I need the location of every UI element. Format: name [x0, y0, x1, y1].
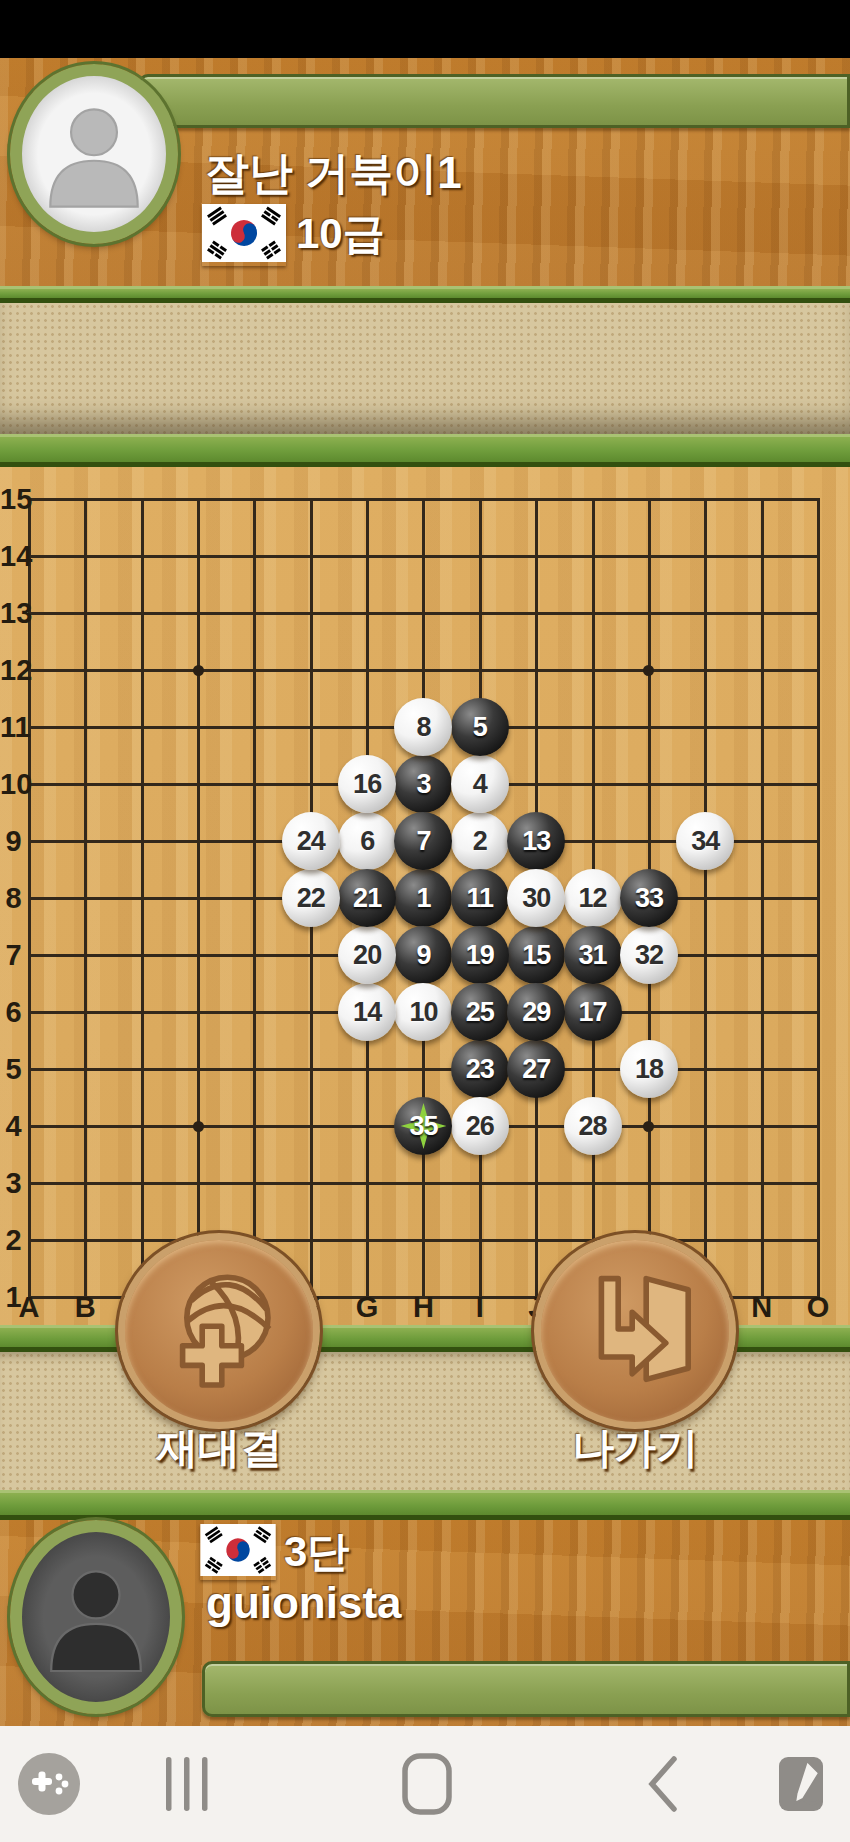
top-player-name: 잘난 거북이1	[205, 144, 462, 203]
stone-13-J9: 13	[507, 812, 565, 870]
row-label-3: 3	[0, 1168, 27, 1198]
bottom-player-name: guionista	[206, 1578, 402, 1628]
top-player-rank: 10급	[296, 206, 385, 262]
col-label-A: A	[9, 1292, 49, 1322]
top-player-avatar[interactable]	[10, 64, 178, 244]
stone-23-I5: 23	[451, 1040, 509, 1098]
row-label-14: 14	[0, 541, 27, 571]
bottom-player-avatar[interactable]	[10, 1520, 182, 1714]
stone-29-J6: 29	[507, 983, 565, 1041]
home-icon[interactable]	[392, 1726, 462, 1842]
stone-30-J8: 30	[507, 869, 565, 927]
row-label-12: 12	[0, 655, 27, 685]
dotted-band-top	[0, 303, 850, 434]
row-label-2: 2	[0, 1225, 27, 1255]
row-label-4: 4	[0, 1111, 27, 1141]
stone-19-I7: 19	[451, 926, 509, 984]
handwriting-input-icon[interactable]	[768, 1726, 838, 1842]
status-bar	[0, 0, 850, 58]
back-icon[interactable]	[628, 1726, 698, 1842]
stone-6-G9: 6	[338, 812, 396, 870]
stone-33-L8: 33	[620, 869, 678, 927]
star-point-L12	[643, 665, 654, 676]
rematch-button[interactable]	[118, 1233, 320, 1429]
stone-12-K8: 12	[564, 869, 622, 927]
bottom-player-flag-korea-icon	[200, 1524, 276, 1580]
row-label-11: 11	[0, 712, 27, 742]
exit-button[interactable]	[534, 1233, 736, 1429]
stone-15-J7: 15	[507, 926, 565, 984]
stone-20-G7: 20	[338, 926, 396, 984]
android-nav-bar	[0, 1726, 850, 1842]
row-label-6: 6	[0, 997, 27, 1027]
exit-button-label[interactable]: 나가기	[505, 1420, 765, 1476]
stone-26-I4: 26	[451, 1097, 509, 1155]
stone-34-M9: 34	[676, 812, 734, 870]
row-label-7: 7	[0, 940, 27, 970]
col-label-O: O	[798, 1292, 838, 1322]
row-label-5: 5	[0, 1054, 27, 1084]
person-icon	[40, 1554, 152, 1680]
stone-17-K6: 17	[564, 983, 622, 1041]
stone-22-F8: 22	[282, 869, 340, 927]
top-player-flag-korea-icon	[202, 204, 286, 266]
star-point-D4	[193, 1121, 204, 1132]
col-label-G: G	[347, 1292, 387, 1322]
green-divider-bottom	[0, 1490, 850, 1520]
green-divider-top	[0, 286, 850, 303]
person-icon	[39, 93, 149, 215]
stone-25-I6: 25	[451, 983, 509, 1041]
app-screen: 151413121110987654321 ABCDEFGHIJKLMNO 12…	[0, 0, 850, 1842]
bottom-player-rank: 3단	[284, 1524, 349, 1580]
recent-apps-icon[interactable]	[152, 1726, 222, 1842]
col-label-H: H	[403, 1292, 443, 1322]
stone-16-G10: 16	[338, 755, 396, 813]
green-divider-above-board	[0, 434, 850, 467]
row-label-9: 9	[0, 826, 27, 856]
stone-24-F9: 24	[282, 812, 340, 870]
row-label-13: 13	[0, 598, 27, 628]
stone-21-G8: 21	[338, 869, 396, 927]
bottom-player-name-plate	[202, 1661, 850, 1717]
stone-32-L7: 32	[620, 926, 678, 984]
stone-11-I8: 11	[451, 869, 509, 927]
row-label-10: 10	[0, 769, 27, 799]
stone-4-I10: 4	[451, 755, 509, 813]
stone-27-J5: 27	[507, 1040, 565, 1098]
stone-5-I11: 5	[451, 698, 509, 756]
exit-door-arrow-icon	[565, 1259, 705, 1403]
top-player-name-plate	[138, 74, 850, 128]
star-point-D12	[193, 665, 204, 676]
col-label-B: B	[65, 1292, 105, 1322]
star-point-L4	[643, 1121, 654, 1132]
col-label-N: N	[742, 1292, 782, 1322]
col-label-I: I	[460, 1292, 500, 1322]
rematch-globe-icon	[149, 1259, 289, 1403]
stone-28-K4: 28	[564, 1097, 622, 1155]
stone-14-G6: 14	[338, 983, 396, 1041]
row-label-8: 8	[0, 883, 27, 913]
stone-18-L5: 18	[620, 1040, 678, 1098]
stone-2-I9: 2	[451, 812, 509, 870]
game-launcher-icon[interactable]	[14, 1726, 84, 1842]
row-label-15: 15	[0, 484, 27, 514]
rematch-button-label[interactable]: 재대결	[89, 1420, 349, 1476]
stone-31-K7: 31	[564, 926, 622, 984]
